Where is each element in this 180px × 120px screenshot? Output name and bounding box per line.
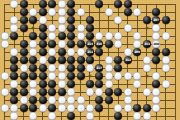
intersection[interactable]	[123, 72, 132, 80]
intersection[interactable]	[104, 32, 113, 40]
intersection[interactable]	[85, 104, 94, 112]
intersection[interactable]	[28, 56, 37, 64]
intersection[interactable]: 214	[85, 40, 94, 48]
intersection[interactable]	[85, 64, 94, 72]
intersection[interactable]	[95, 24, 104, 32]
intersection[interactable]	[85, 56, 94, 64]
intersection[interactable]	[66, 8, 75, 16]
intersection[interactable]	[171, 16, 180, 24]
intersection[interactable]	[114, 24, 123, 32]
intersection[interactable]	[0, 104, 9, 112]
intersection[interactable]	[114, 40, 123, 48]
intersection[interactable]	[76, 104, 85, 112]
intersection[interactable]	[171, 32, 180, 40]
intersection[interactable]	[123, 96, 132, 104]
intersection[interactable]	[47, 64, 56, 72]
intersection[interactable]	[57, 72, 66, 80]
intersection[interactable]	[76, 72, 85, 80]
intersection[interactable]	[9, 8, 18, 16]
intersection[interactable]	[38, 0, 47, 8]
intersection[interactable]	[152, 8, 161, 16]
intersection[interactable]	[38, 48, 47, 56]
intersection[interactable]	[38, 8, 47, 16]
intersection[interactable]	[0, 32, 9, 40]
intersection[interactable]	[123, 80, 132, 88]
intersection[interactable]	[171, 56, 180, 64]
intersection[interactable]	[104, 80, 113, 88]
intersection[interactable]: 213	[142, 40, 151, 48]
intersection[interactable]	[114, 112, 123, 120]
intersection[interactable]	[9, 0, 18, 8]
intersection[interactable]	[95, 32, 104, 40]
intersection[interactable]	[38, 104, 47, 112]
intersection[interactable]	[161, 16, 170, 24]
intersection[interactable]	[47, 56, 56, 64]
black-stone	[114, 56, 122, 64]
intersection[interactable]	[161, 88, 170, 96]
intersection[interactable]	[171, 48, 180, 56]
intersection[interactable]	[57, 112, 66, 120]
intersection[interactable]	[19, 0, 28, 8]
intersection[interactable]	[133, 24, 142, 32]
intersection[interactable]	[38, 88, 47, 96]
intersection[interactable]	[57, 48, 66, 56]
intersection[interactable]	[57, 40, 66, 48]
intersection[interactable]	[104, 96, 113, 104]
intersection[interactable]	[47, 112, 56, 120]
intersection[interactable]	[171, 104, 180, 112]
intersection[interactable]	[85, 16, 94, 24]
intersection[interactable]	[114, 8, 123, 16]
intersection[interactable]	[66, 16, 75, 24]
intersection[interactable]	[123, 0, 132, 8]
intersection[interactable]	[19, 64, 28, 72]
intersection[interactable]	[95, 0, 104, 8]
intersection[interactable]	[76, 0, 85, 8]
intersection[interactable]	[9, 104, 18, 112]
intersection[interactable]	[57, 32, 66, 40]
intersection[interactable]	[133, 40, 142, 48]
intersection[interactable]	[123, 64, 132, 72]
intersection[interactable]	[161, 80, 170, 88]
intersection[interactable]	[28, 24, 37, 32]
intersection[interactable]	[76, 24, 85, 32]
intersection[interactable]	[9, 24, 18, 32]
intersection[interactable]	[142, 32, 151, 40]
intersection[interactable]	[38, 40, 47, 48]
intersection[interactable]	[123, 48, 132, 56]
intersection[interactable]	[28, 32, 37, 40]
intersection[interactable]	[123, 8, 132, 16]
intersection[interactable]	[123, 16, 132, 24]
intersection[interactable]	[28, 8, 37, 16]
intersection[interactable]	[66, 24, 75, 32]
intersection[interactable]	[28, 16, 37, 24]
intersection[interactable]	[66, 32, 75, 40]
intersection[interactable]	[152, 24, 161, 32]
intersection[interactable]	[104, 88, 113, 96]
intersection[interactable]	[19, 56, 28, 64]
intersection[interactable]	[104, 48, 113, 56]
intersection[interactable]	[57, 56, 66, 64]
intersection[interactable]	[161, 104, 170, 112]
intersection[interactable]	[133, 8, 142, 16]
intersection[interactable]	[0, 8, 9, 16]
intersection[interactable]	[152, 112, 161, 120]
intersection[interactable]	[47, 0, 56, 8]
intersection[interactable]	[95, 48, 104, 56]
intersection[interactable]	[57, 64, 66, 72]
intersection[interactable]	[66, 0, 75, 8]
intersection[interactable]	[57, 16, 66, 24]
intersection[interactable]	[152, 104, 161, 112]
intersection[interactable]	[95, 104, 104, 112]
intersection[interactable]	[57, 24, 66, 32]
intersection[interactable]	[114, 96, 123, 104]
intersection[interactable]	[76, 56, 85, 64]
intersection[interactable]	[114, 48, 123, 56]
intersection[interactable]	[0, 56, 9, 64]
intersection[interactable]	[57, 104, 66, 112]
intersection[interactable]	[0, 80, 9, 88]
intersection[interactable]	[9, 40, 18, 48]
intersection[interactable]	[38, 96, 47, 104]
intersection[interactable]	[0, 72, 9, 80]
intersection[interactable]	[95, 16, 104, 24]
intersection[interactable]	[142, 80, 151, 88]
intersection[interactable]	[19, 80, 28, 88]
intersection[interactable]	[152, 0, 161, 8]
intersection[interactable]	[85, 96, 94, 104]
intersection[interactable]	[142, 24, 151, 32]
intersection[interactable]	[133, 32, 142, 40]
intersection[interactable]: 212	[123, 56, 132, 64]
intersection[interactable]	[66, 104, 75, 112]
intersection[interactable]	[123, 32, 132, 40]
grid-line-vertical	[175, 80, 176, 88]
intersection[interactable]	[104, 0, 113, 8]
intersection[interactable]	[19, 48, 28, 56]
intersection[interactable]	[85, 32, 94, 40]
intersection[interactable]	[104, 8, 113, 16]
intersection[interactable]	[47, 40, 56, 48]
intersection[interactable]	[142, 16, 151, 24]
intersection[interactable]	[142, 104, 151, 112]
intersection[interactable]	[66, 72, 75, 80]
intersection[interactable]	[28, 96, 37, 104]
intersection[interactable]	[9, 88, 18, 96]
intersection[interactable]	[38, 80, 47, 88]
intersection[interactable]	[142, 8, 151, 16]
intersection[interactable]	[0, 88, 9, 96]
intersection[interactable]	[171, 40, 180, 48]
intersection[interactable]	[152, 96, 161, 104]
intersection[interactable]	[9, 80, 18, 88]
intersection[interactable]	[9, 32, 18, 40]
intersection[interactable]	[161, 24, 170, 32]
intersection[interactable]	[95, 8, 104, 16]
intersection[interactable]	[152, 48, 161, 56]
intersection[interactable]	[142, 112, 151, 120]
intersection[interactable]	[19, 40, 28, 48]
intersection[interactable]	[9, 72, 18, 80]
intersection[interactable]	[76, 8, 85, 16]
intersection[interactable]	[85, 88, 94, 96]
intersection[interactable]	[95, 96, 104, 104]
intersection[interactable]: 211	[85, 48, 94, 56]
intersection[interactable]: 208	[152, 40, 161, 48]
intersection[interactable]	[171, 8, 180, 16]
intersection[interactable]	[19, 32, 28, 40]
intersection[interactable]	[66, 56, 75, 64]
intersection[interactable]	[161, 32, 170, 40]
intersection[interactable]	[171, 112, 180, 120]
intersection[interactable]	[76, 48, 85, 56]
intersection[interactable]	[95, 72, 104, 80]
intersection[interactable]	[171, 24, 180, 32]
intersection[interactable]	[28, 104, 37, 112]
intersection[interactable]	[142, 96, 151, 104]
intersection[interactable]	[57, 88, 66, 96]
intersection[interactable]	[38, 56, 47, 64]
intersection[interactable]	[142, 88, 151, 96]
black-stone	[86, 16, 94, 24]
intersection[interactable]	[57, 96, 66, 104]
intersection[interactable]	[66, 96, 75, 104]
intersection[interactable]	[28, 80, 37, 88]
intersection[interactable]	[66, 64, 75, 72]
intersection[interactable]	[0, 16, 9, 24]
intersection[interactable]	[123, 112, 132, 120]
intersection[interactable]	[104, 112, 113, 120]
intersection[interactable]	[19, 112, 28, 120]
intersection[interactable]	[133, 88, 142, 96]
intersection[interactable]	[28, 48, 37, 56]
intersection[interactable]	[76, 40, 85, 48]
intersection[interactable]	[152, 64, 161, 72]
intersection[interactable]: 216	[95, 40, 104, 48]
intersection[interactable]	[104, 24, 113, 32]
intersection[interactable]	[38, 16, 47, 24]
intersection[interactable]	[9, 64, 18, 72]
intersection[interactable]	[95, 80, 104, 88]
intersection[interactable]: 209	[133, 48, 142, 56]
intersection[interactable]	[123, 40, 132, 48]
intersection[interactable]	[142, 72, 151, 80]
intersection[interactable]	[114, 72, 123, 80]
intersection[interactable]	[152, 56, 161, 64]
intersection[interactable]	[142, 56, 151, 64]
intersection[interactable]	[114, 80, 123, 88]
intersection[interactable]	[123, 24, 132, 32]
intersection[interactable]	[47, 48, 56, 56]
intersection[interactable]	[38, 24, 47, 32]
intersection[interactable]	[38, 32, 47, 40]
intersection[interactable]	[47, 88, 56, 96]
intersection[interactable]	[152, 72, 161, 80]
intersection[interactable]	[19, 8, 28, 16]
intersection[interactable]	[9, 16, 18, 24]
intersection[interactable]	[133, 0, 142, 8]
intersection[interactable]	[28, 112, 37, 120]
star-point	[88, 75, 91, 78]
intersection[interactable]	[152, 88, 161, 96]
intersection[interactable]	[171, 64, 180, 72]
intersection[interactable]	[57, 8, 66, 16]
black-stone	[67, 32, 75, 40]
intersection[interactable]	[9, 112, 18, 120]
intersection[interactable]	[0, 0, 9, 8]
intersection[interactable]	[38, 64, 47, 72]
intersection[interactable]	[28, 40, 37, 48]
intersection[interactable]	[171, 72, 180, 80]
intersection[interactable]	[114, 64, 123, 72]
intersection[interactable]	[133, 112, 142, 120]
intersection[interactable]	[57, 0, 66, 8]
intersection[interactable]	[76, 88, 85, 96]
intersection[interactable]	[47, 72, 56, 80]
intersection[interactable]	[76, 16, 85, 24]
intersection[interactable]	[9, 48, 18, 56]
intersection[interactable]	[95, 56, 104, 64]
intersection[interactable]	[104, 16, 113, 24]
intersection[interactable]	[66, 80, 75, 88]
intersection[interactable]	[152, 32, 161, 40]
intersection[interactable]	[57, 80, 66, 88]
intersection[interactable]	[19, 96, 28, 104]
grid-line-vertical	[118, 24, 119, 32]
intersection[interactable]	[161, 72, 170, 80]
intersection[interactable]	[47, 16, 56, 24]
intersection[interactable]	[123, 88, 132, 96]
intersection[interactable]	[142, 0, 151, 8]
intersection[interactable]	[171, 88, 180, 96]
black-stone	[77, 56, 85, 64]
intersection[interactable]	[171, 80, 180, 88]
intersection[interactable]	[76, 96, 85, 104]
intersection[interactable]	[171, 96, 180, 104]
intersection[interactable]	[161, 8, 170, 16]
intersection[interactable]	[47, 8, 56, 16]
intersection[interactable]	[114, 16, 123, 24]
intersection[interactable]	[161, 56, 170, 64]
intersection[interactable]	[161, 64, 170, 72]
intersection[interactable]	[0, 48, 9, 56]
intersection[interactable]	[28, 64, 37, 72]
black-stone	[58, 88, 66, 96]
black-stone	[39, 8, 47, 16]
intersection[interactable]	[19, 72, 28, 80]
intersection[interactable]	[28, 0, 37, 8]
intersection[interactable]	[0, 96, 9, 104]
intersection[interactable]	[9, 96, 18, 104]
intersection[interactable]	[114, 56, 123, 64]
intersection[interactable]: 217	[95, 64, 104, 72]
intersection[interactable]	[85, 24, 94, 32]
intersection[interactable]	[76, 32, 85, 40]
intersection[interactable]	[152, 80, 161, 88]
intersection[interactable]	[19, 16, 28, 24]
intersection[interactable]: 207	[152, 16, 161, 24]
intersection[interactable]	[0, 24, 9, 32]
white-stone	[48, 24, 56, 32]
intersection[interactable]	[47, 96, 56, 104]
intersection[interactable]	[66, 88, 75, 96]
intersection[interactable]	[47, 104, 56, 112]
black-stone	[67, 80, 75, 88]
intersection[interactable]	[19, 24, 28, 32]
intersection[interactable]	[85, 80, 94, 88]
intersection[interactable]	[0, 40, 9, 48]
intersection[interactable]	[28, 72, 37, 80]
intersection[interactable]	[171, 0, 180, 8]
intersection[interactable]	[114, 32, 123, 40]
intersection[interactable]	[161, 40, 170, 48]
intersection[interactable]	[19, 88, 28, 96]
intersection[interactable]	[161, 112, 170, 120]
intersection[interactable]	[66, 112, 75, 120]
intersection[interactable]	[133, 64, 142, 72]
intersection[interactable]	[114, 0, 123, 8]
white-stone	[10, 48, 18, 56]
intersection[interactable]	[133, 72, 142, 80]
intersection[interactable]	[0, 112, 9, 120]
intersection[interactable]	[142, 48, 151, 56]
intersection[interactable]	[133, 16, 142, 24]
intersection[interactable]	[161, 0, 170, 8]
intersection[interactable]	[114, 104, 123, 112]
intersection[interactable]	[95, 112, 104, 120]
intersection[interactable]	[76, 80, 85, 88]
intersection[interactable]	[114, 88, 123, 96]
intersection[interactable]	[85, 8, 94, 16]
intersection[interactable]	[95, 88, 104, 96]
intersection[interactable]	[123, 104, 132, 112]
intersection[interactable]	[66, 48, 75, 56]
intersection[interactable]	[85, 72, 94, 80]
intersection[interactable]	[161, 48, 170, 56]
intersection[interactable]	[133, 80, 142, 88]
intersection[interactable]	[76, 112, 85, 120]
intersection[interactable]	[142, 64, 151, 72]
white-stone: 208	[152, 40, 160, 48]
intersection[interactable]	[38, 72, 47, 80]
intersection[interactable]	[66, 40, 75, 48]
intersection[interactable]	[133, 96, 142, 104]
intersection[interactable]	[28, 88, 37, 96]
intersection[interactable]	[47, 24, 56, 32]
intersection[interactable]	[104, 56, 113, 64]
intersection[interactable]	[104, 104, 113, 112]
intersection[interactable]	[0, 64, 9, 72]
intersection[interactable]	[133, 104, 142, 112]
intersection[interactable]	[9, 56, 18, 64]
intersection[interactable]	[85, 0, 94, 8]
white-stone	[29, 48, 37, 56]
intersection[interactable]	[19, 104, 28, 112]
intersection[interactable]	[133, 56, 142, 64]
intersection[interactable]	[47, 32, 56, 40]
intersection[interactable]	[76, 64, 85, 72]
intersection[interactable]	[104, 72, 113, 80]
intersection[interactable]	[85, 112, 94, 120]
grid-line-vertical	[42, 112, 43, 120]
intersection[interactable]	[104, 64, 113, 72]
intersection[interactable]	[104, 40, 113, 48]
intersection[interactable]	[47, 80, 56, 88]
intersection[interactable]	[38, 112, 47, 120]
intersection[interactable]	[161, 96, 170, 104]
